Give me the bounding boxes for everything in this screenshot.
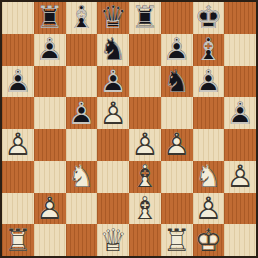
rook-outline-glyph: ♖ <box>34 2 66 34</box>
pawn-fill-glyph: ♟ <box>193 193 225 225</box>
white-pawn[interactable]: ♟♙ <box>193 193 225 225</box>
bishop-fill-glyph: ♝ <box>129 193 161 225</box>
square-d1[interactable]: ♛♕ <box>97 224 129 256</box>
black-queen[interactable]: ♛♕ <box>97 2 129 34</box>
king-fill-glyph: ♚ <box>193 2 225 34</box>
square-d6[interactable]: ♟♙ <box>97 66 129 98</box>
bishop-outline-glyph: ♗ <box>129 193 161 225</box>
queen-outline-glyph: ♕ <box>97 224 129 256</box>
square-f5[interactable] <box>161 97 193 129</box>
knight-outline-glyph: ♘ <box>66 161 98 193</box>
bishop-fill-glyph: ♝ <box>193 34 225 66</box>
square-e1[interactable] <box>129 224 161 256</box>
square-h3[interactable]: ♟♙ <box>224 161 256 193</box>
square-b2[interactable]: ♟♙ <box>34 193 66 225</box>
square-c7[interactable] <box>66 34 98 66</box>
pawn-outline-glyph: ♙ <box>97 66 129 98</box>
bishop-fill-glyph: ♝ <box>66 2 98 34</box>
square-g2[interactable]: ♟♙ <box>193 193 225 225</box>
square-g6[interactable]: ♟♙ <box>193 66 225 98</box>
white-king[interactable]: ♚♔ <box>193 224 225 256</box>
pawn-fill-glyph: ♟ <box>224 97 256 129</box>
chess-board: ♜♖♝♗♛♕♜♖♚♔♟♙♞♘♟♙♝♗♟♙♟♙♞♘♟♙♟♙♟♙♟♙♟♙♟♙♟♙♞♘… <box>0 0 258 258</box>
king-outline-glyph: ♔ <box>193 2 225 34</box>
square-h1[interactable] <box>224 224 256 256</box>
knight-outline-glyph: ♘ <box>193 161 225 193</box>
pawn-fill-glyph: ♟ <box>97 66 129 98</box>
pawn-outline-glyph: ♙ <box>34 34 66 66</box>
pawn-fill-glyph: ♟ <box>129 129 161 161</box>
square-c2[interactable] <box>66 193 98 225</box>
pawn-fill-glyph: ♟ <box>34 34 66 66</box>
rook-fill-glyph: ♜ <box>34 2 66 34</box>
square-g5[interactable] <box>193 97 225 129</box>
square-a7[interactable] <box>2 34 34 66</box>
rook-outline-glyph: ♖ <box>161 224 193 256</box>
knight-fill-glyph: ♞ <box>97 34 129 66</box>
white-knight[interactable]: ♞♘ <box>193 161 225 193</box>
square-f3[interactable] <box>161 161 193 193</box>
square-c4[interactable] <box>66 129 98 161</box>
white-pawn[interactable]: ♟♙ <box>224 161 256 193</box>
black-pawn[interactable]: ♟♙ <box>34 34 66 66</box>
square-e7[interactable] <box>129 34 161 66</box>
knight-outline-glyph: ♘ <box>161 66 193 98</box>
square-h2[interactable] <box>224 193 256 225</box>
queen-outline-glyph: ♕ <box>97 2 129 34</box>
square-a2[interactable] <box>2 193 34 225</box>
square-c3[interactable]: ♞♘ <box>66 161 98 193</box>
black-pawn[interactable]: ♟♙ <box>161 34 193 66</box>
square-b7[interactable]: ♟♙ <box>34 34 66 66</box>
square-b6[interactable] <box>34 66 66 98</box>
pawn-fill-glyph: ♟ <box>2 66 34 98</box>
square-b4[interactable] <box>34 129 66 161</box>
bishop-outline-glyph: ♗ <box>129 161 161 193</box>
square-a4[interactable]: ♟♙ <box>2 129 34 161</box>
bishop-fill-glyph: ♝ <box>129 161 161 193</box>
pawn-outline-glyph: ♙ <box>34 193 66 225</box>
square-d2[interactable] <box>97 193 129 225</box>
black-pawn[interactable]: ♟♙ <box>224 97 256 129</box>
square-e5[interactable] <box>129 97 161 129</box>
black-bishop[interactable]: ♝♗ <box>66 2 98 34</box>
white-queen[interactable]: ♛♕ <box>97 224 129 256</box>
black-king[interactable]: ♚♔ <box>193 2 225 34</box>
pawn-outline-glyph: ♙ <box>224 161 256 193</box>
square-f8[interactable] <box>161 2 193 34</box>
pawn-outline-glyph: ♙ <box>193 66 225 98</box>
pawn-fill-glyph: ♟ <box>34 193 66 225</box>
square-e2[interactable]: ♝♗ <box>129 193 161 225</box>
knight-fill-glyph: ♞ <box>66 161 98 193</box>
square-a1[interactable]: ♜♖ <box>2 224 34 256</box>
square-e8[interactable]: ♜♖ <box>129 2 161 34</box>
pawn-fill-glyph: ♟ <box>161 129 193 161</box>
black-knight[interactable]: ♞♘ <box>161 66 193 98</box>
square-d4[interactable] <box>97 129 129 161</box>
pawn-fill-glyph: ♟ <box>193 66 225 98</box>
square-f6[interactable]: ♞♘ <box>161 66 193 98</box>
pawn-fill-glyph: ♟ <box>97 97 129 129</box>
white-rook[interactable]: ♜♖ <box>161 224 193 256</box>
knight-outline-glyph: ♘ <box>97 34 129 66</box>
square-f2[interactable] <box>161 193 193 225</box>
square-h5[interactable]: ♟♙ <box>224 97 256 129</box>
square-c8[interactable]: ♝♗ <box>66 2 98 34</box>
black-rook[interactable]: ♜♖ <box>34 2 66 34</box>
black-pawn[interactable]: ♟♙ <box>97 66 129 98</box>
black-pawn[interactable]: ♟♙ <box>193 66 225 98</box>
square-a6[interactable]: ♟♙ <box>2 66 34 98</box>
white-knight[interactable]: ♞♘ <box>66 161 98 193</box>
pawn-outline-glyph: ♙ <box>161 34 193 66</box>
square-b8[interactable]: ♜♖ <box>34 2 66 34</box>
pawn-outline-glyph: ♙ <box>97 97 129 129</box>
square-a5[interactable] <box>2 97 34 129</box>
pawn-outline-glyph: ♙ <box>193 193 225 225</box>
white-pawn[interactable]: ♟♙ <box>97 97 129 129</box>
square-g3[interactable]: ♞♘ <box>193 161 225 193</box>
square-g8[interactable]: ♚♔ <box>193 2 225 34</box>
pawn-fill-glyph: ♟ <box>224 161 256 193</box>
knight-fill-glyph: ♞ <box>161 66 193 98</box>
pawn-outline-glyph: ♙ <box>2 66 34 98</box>
square-d5[interactable]: ♟♙ <box>97 97 129 129</box>
square-c1[interactable] <box>66 224 98 256</box>
white-rook[interactable]: ♜♖ <box>2 224 34 256</box>
white-pawn[interactable]: ♟♙ <box>161 129 193 161</box>
rook-outline-glyph: ♖ <box>129 2 161 34</box>
square-f4[interactable]: ♟♙ <box>161 129 193 161</box>
pawn-outline-glyph: ♙ <box>224 97 256 129</box>
black-rook[interactable]: ♜♖ <box>129 2 161 34</box>
square-h7[interactable] <box>224 34 256 66</box>
pawn-outline-glyph: ♙ <box>161 129 193 161</box>
pawn-outline-glyph: ♙ <box>129 129 161 161</box>
pawn-outline-glyph: ♙ <box>66 97 98 129</box>
white-pawn[interactable]: ♟♙ <box>2 129 34 161</box>
pawn-outline-glyph: ♙ <box>2 129 34 161</box>
square-b3[interactable] <box>34 161 66 193</box>
square-d8[interactable]: ♛♕ <box>97 2 129 34</box>
square-b1[interactable] <box>34 224 66 256</box>
king-outline-glyph: ♔ <box>193 224 225 256</box>
square-e6[interactable] <box>129 66 161 98</box>
white-bishop[interactable]: ♝♗ <box>129 161 161 193</box>
white-pawn[interactable]: ♟♙ <box>129 129 161 161</box>
square-g1[interactable]: ♚♔ <box>193 224 225 256</box>
square-e3[interactable]: ♝♗ <box>129 161 161 193</box>
rook-fill-glyph: ♜ <box>161 224 193 256</box>
bishop-outline-glyph: ♗ <box>193 34 225 66</box>
square-f7[interactable]: ♟♙ <box>161 34 193 66</box>
queen-fill-glyph: ♛ <box>97 2 129 34</box>
square-h6[interactable] <box>224 66 256 98</box>
pawn-fill-glyph: ♟ <box>2 129 34 161</box>
square-a8[interactable] <box>2 2 34 34</box>
white-bishop[interactable]: ♝♗ <box>129 193 161 225</box>
black-knight[interactable]: ♞♘ <box>97 34 129 66</box>
black-pawn[interactable]: ♟♙ <box>2 66 34 98</box>
white-pawn[interactable]: ♟♙ <box>34 193 66 225</box>
square-f1[interactable]: ♜♖ <box>161 224 193 256</box>
square-a3[interactable] <box>2 161 34 193</box>
square-h4[interactable] <box>224 129 256 161</box>
square-g7[interactable]: ♝♗ <box>193 34 225 66</box>
black-pawn[interactable]: ♟♙ <box>66 97 98 129</box>
knight-fill-glyph: ♞ <box>193 161 225 193</box>
square-b5[interactable] <box>34 97 66 129</box>
bishop-outline-glyph: ♗ <box>66 2 98 34</box>
square-g4[interactable] <box>193 129 225 161</box>
square-d3[interactable] <box>97 161 129 193</box>
square-d7[interactable]: ♞♘ <box>97 34 129 66</box>
rook-fill-glyph: ♜ <box>2 224 34 256</box>
rook-outline-glyph: ♖ <box>2 224 34 256</box>
pawn-fill-glyph: ♟ <box>66 97 98 129</box>
chess-diagram: ♜♖♝♗♛♕♜♖♚♔♟♙♞♘♟♙♝♗♟♙♟♙♞♘♟♙♟♙♟♙♟♙♟♙♟♙♟♙♞♘… <box>0 0 258 258</box>
pawn-fill-glyph: ♟ <box>161 34 193 66</box>
rook-fill-glyph: ♜ <box>129 2 161 34</box>
square-e4[interactable]: ♟♙ <box>129 129 161 161</box>
black-bishop[interactable]: ♝♗ <box>193 34 225 66</box>
square-h8[interactable] <box>224 2 256 34</box>
square-c5[interactable]: ♟♙ <box>66 97 98 129</box>
queen-fill-glyph: ♛ <box>97 224 129 256</box>
king-fill-glyph: ♚ <box>193 224 225 256</box>
square-c6[interactable] <box>66 66 98 98</box>
